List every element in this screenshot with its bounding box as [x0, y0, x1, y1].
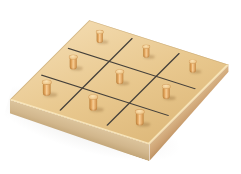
peg-cap	[115, 69, 124, 74]
peg	[188, 59, 196, 72]
peg-cap	[188, 59, 196, 63]
peg-cap	[68, 54, 77, 59]
peg	[142, 45, 150, 58]
peg	[134, 109, 144, 126]
peg	[161, 84, 170, 99]
peg	[88, 94, 98, 111]
peg	[41, 79, 51, 96]
peg-cap	[134, 109, 144, 115]
peg	[68, 54, 77, 69]
peg-cap	[95, 30, 103, 34]
peg	[115, 69, 124, 84]
peg-cap	[88, 94, 98, 100]
photo-frame	[0, 0, 241, 174]
peg-cap	[41, 79, 51, 85]
peg-cap	[142, 45, 150, 49]
peg	[95, 30, 103, 43]
peg-cap	[161, 84, 170, 89]
